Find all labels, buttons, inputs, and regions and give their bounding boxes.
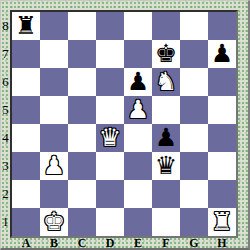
board-frame: ♜♚♟♟♞♟♛♟♟♛♚♜ 87654321 ABCDEFGH <box>0 0 250 250</box>
file-label-h: H <box>208 238 236 250</box>
piece-black-king-f7[interactable]: ♚ <box>152 40 180 68</box>
square-b2[interactable] <box>40 180 68 208</box>
square-h2[interactable] <box>208 180 236 208</box>
square-c6[interactable] <box>68 68 96 96</box>
square-h7[interactable]: ♟ <box>208 40 236 68</box>
rank-label-8: 8 <box>1 12 10 40</box>
rank-label-7: 7 <box>1 40 10 68</box>
square-e1[interactable] <box>124 208 152 236</box>
chess-board: ♜♚♟♟♞♟♛♟♟♛♚♜ <box>12 12 236 236</box>
square-b8[interactable] <box>40 12 68 40</box>
file-label-g: G <box>180 238 208 250</box>
square-g2[interactable] <box>180 180 208 208</box>
piece-white-knight-f6[interactable]: ♞ <box>152 68 180 96</box>
square-g6[interactable] <box>180 68 208 96</box>
file-label-c: C <box>68 238 96 250</box>
file-label-f: F <box>152 238 180 250</box>
rank-label-6: 6 <box>1 68 10 96</box>
square-f1[interactable] <box>152 208 180 236</box>
rank-label-3: 3 <box>1 152 10 180</box>
file-label-b: B <box>40 238 68 250</box>
square-c2[interactable] <box>68 180 96 208</box>
square-g4[interactable] <box>180 124 208 152</box>
square-f3[interactable]: ♛ <box>152 152 180 180</box>
square-b5[interactable] <box>40 96 68 124</box>
square-e7[interactable] <box>124 40 152 68</box>
square-b6[interactable] <box>40 68 68 96</box>
square-a7[interactable] <box>12 40 40 68</box>
board-border: ♜♚♟♟♞♟♛♟♟♛♚♜ <box>10 10 238 238</box>
piece-white-queen-d4[interactable]: ♛ <box>96 124 124 152</box>
rank-label-2: 2 <box>1 180 10 208</box>
square-d4[interactable]: ♛ <box>96 124 124 152</box>
square-e5[interactable]: ♟ <box>124 96 152 124</box>
square-g5[interactable] <box>180 96 208 124</box>
square-h8[interactable] <box>208 12 236 40</box>
square-h3[interactable] <box>208 152 236 180</box>
square-h5[interactable] <box>208 96 236 124</box>
square-d5[interactable] <box>96 96 124 124</box>
square-g1[interactable] <box>180 208 208 236</box>
square-d2[interactable] <box>96 180 124 208</box>
square-c8[interactable] <box>68 12 96 40</box>
square-d1[interactable] <box>96 208 124 236</box>
square-d8[interactable] <box>96 12 124 40</box>
square-h6[interactable] <box>208 68 236 96</box>
square-c1[interactable] <box>68 208 96 236</box>
square-c3[interactable] <box>68 152 96 180</box>
square-c4[interactable] <box>68 124 96 152</box>
square-e3[interactable] <box>124 152 152 180</box>
square-a4[interactable] <box>12 124 40 152</box>
square-a6[interactable] <box>12 68 40 96</box>
square-a1[interactable] <box>12 208 40 236</box>
file-label-e: E <box>124 238 152 250</box>
square-d6[interactable] <box>96 68 124 96</box>
square-g7[interactable] <box>180 40 208 68</box>
rank-label-1: 1 <box>1 208 10 236</box>
square-b7[interactable] <box>40 40 68 68</box>
square-b4[interactable] <box>40 124 68 152</box>
square-g3[interactable] <box>180 152 208 180</box>
square-d7[interactable] <box>96 40 124 68</box>
square-f6[interactable]: ♞ <box>152 68 180 96</box>
piece-black-queen-f3[interactable]: ♛ <box>152 152 180 180</box>
file-label-a: A <box>12 238 40 250</box>
piece-black-rook-a8[interactable]: ♜ <box>12 12 40 40</box>
square-b1[interactable]: ♚ <box>40 208 68 236</box>
square-c5[interactable] <box>68 96 96 124</box>
square-e8[interactable] <box>124 12 152 40</box>
square-a2[interactable] <box>12 180 40 208</box>
piece-black-pawn-e6[interactable]: ♟ <box>124 68 152 96</box>
piece-black-pawn-h7[interactable]: ♟ <box>208 40 236 68</box>
piece-white-pawn-e5[interactable]: ♟ <box>124 96 152 124</box>
square-d3[interactable] <box>96 152 124 180</box>
square-e4[interactable] <box>124 124 152 152</box>
piece-white-rook-h1[interactable]: ♜ <box>208 208 236 236</box>
square-e6[interactable]: ♟ <box>124 68 152 96</box>
piece-white-king-b1[interactable]: ♚ <box>40 208 68 236</box>
square-f2[interactable] <box>152 180 180 208</box>
piece-black-pawn-f4[interactable]: ♟ <box>152 124 180 152</box>
square-f5[interactable] <box>152 96 180 124</box>
square-f8[interactable] <box>152 12 180 40</box>
square-a3[interactable] <box>12 152 40 180</box>
square-h1[interactable]: ♜ <box>208 208 236 236</box>
square-f7[interactable]: ♚ <box>152 40 180 68</box>
square-g8[interactable] <box>180 12 208 40</box>
square-a5[interactable] <box>12 96 40 124</box>
piece-white-pawn-b3[interactable]: ♟ <box>40 152 68 180</box>
square-h4[interactable] <box>208 124 236 152</box>
square-a8[interactable]: ♜ <box>12 12 40 40</box>
square-c7[interactable] <box>68 40 96 68</box>
square-b3[interactable]: ♟ <box>40 152 68 180</box>
rank-label-4: 4 <box>1 124 10 152</box>
square-f4[interactable]: ♟ <box>152 124 180 152</box>
file-label-d: D <box>96 238 124 250</box>
rank-label-5: 5 <box>1 96 10 124</box>
square-e2[interactable] <box>124 180 152 208</box>
